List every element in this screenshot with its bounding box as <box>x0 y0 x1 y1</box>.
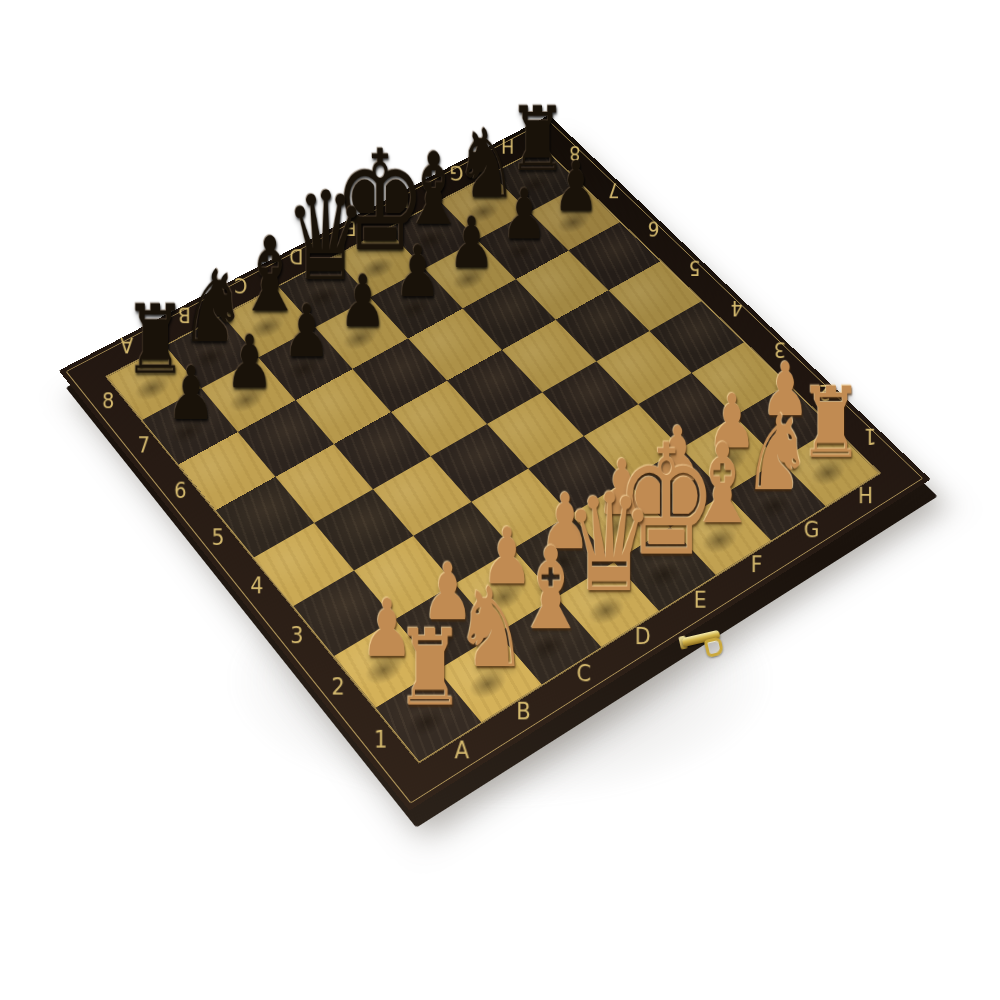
clasp-hook-icon <box>704 637 725 658</box>
rank-label-left-text: 5 <box>201 501 236 573</box>
file-label-near-text: G <box>779 511 845 548</box>
rank-label-left-text: 4 <box>239 549 274 622</box>
file-label-near-text: H <box>833 478 898 515</box>
rank-label-left-text: 3 <box>279 598 315 672</box>
rank-label-left-text: 7 <box>127 410 161 480</box>
photo-scene: ABCDEFGH ABCDEFGH 87654321 87654321 ♜♞♝♛… <box>0 0 1000 1000</box>
file-label-near-text: F <box>723 546 790 584</box>
rank-label-left-text: 6 <box>163 455 197 526</box>
rank-label-right-text: 5 <box>679 235 711 301</box>
rank-label-left-text: 1 <box>362 701 399 777</box>
rank-label-left-text: 2 <box>320 649 356 724</box>
file-label-near-text: A <box>427 731 498 771</box>
file-label-near-text: E <box>667 581 734 619</box>
file-label-near-text: D <box>609 617 677 656</box>
rank-label-left-text: 8 <box>92 366 125 435</box>
file-label-near-text: B <box>489 692 559 732</box>
file-label-near-text: C <box>549 654 618 693</box>
